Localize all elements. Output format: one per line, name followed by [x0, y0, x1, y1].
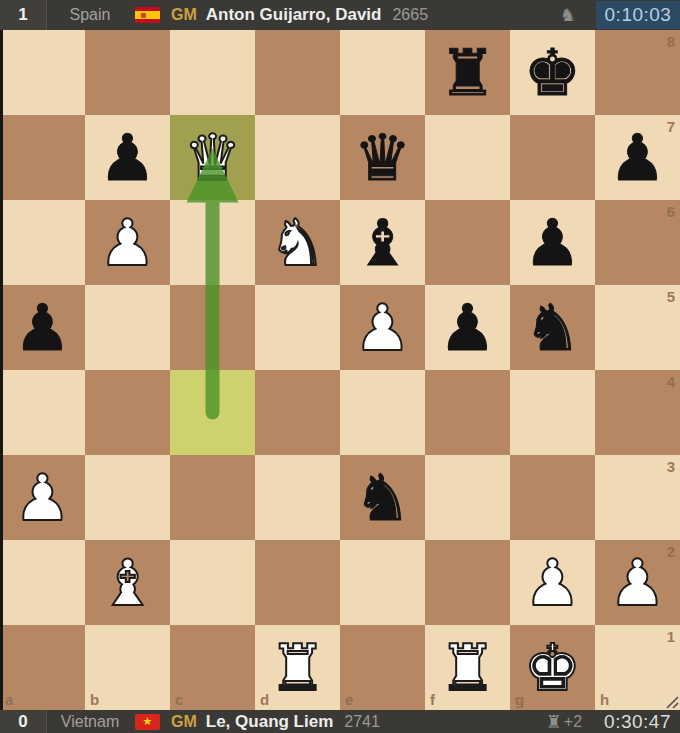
file-label-g: g: [515, 691, 524, 708]
material-value: +2: [564, 713, 582, 731]
rank-label-2: 2: [667, 543, 675, 560]
piece-black-pawn[interactable]: ♟: [524, 211, 581, 275]
square-a5[interactable]: ♟: [0, 285, 85, 370]
piece-white-pawn[interactable]: ♟: [524, 551, 581, 615]
square-a4[interactable]: [0, 370, 85, 455]
square-e7[interactable]: ♛: [340, 115, 425, 200]
piece-black-knight[interactable]: ♞: [354, 466, 411, 530]
square-c7[interactable]: ♛: [170, 115, 255, 200]
square-e5[interactable]: ♟: [340, 285, 425, 370]
top-country: Spain: [53, 0, 127, 30]
square-g7[interactable]: [510, 115, 595, 200]
square-h7[interactable]: ♟7: [595, 115, 680, 200]
square-e2[interactable]: [340, 540, 425, 625]
square-e1[interactable]: e: [340, 625, 425, 710]
square-a2[interactable]: [0, 540, 85, 625]
square-a1[interactable]: a: [0, 625, 85, 710]
square-e6[interactable]: ♝: [340, 200, 425, 285]
bottom-rating: 2741: [344, 713, 380, 731]
piece-white-queen[interactable]: ♛: [184, 126, 241, 190]
board-grid: ♜♚8♟♛♛♟7♟♞♝♟6♟♟♟♞54♟♞3♝♟♟2abc♜de♜f♚g1h: [0, 30, 680, 710]
piece-black-knight[interactable]: ♞: [524, 296, 581, 360]
piece-black-pawn[interactable]: ♟: [99, 126, 156, 190]
rook-icon: ♜: [546, 713, 562, 731]
piece-black-bishop[interactable]: ♝: [354, 211, 411, 275]
square-h3[interactable]: 3: [595, 455, 680, 540]
piece-white-pawn[interactable]: ♟: [609, 551, 666, 615]
square-h5[interactable]: 5: [595, 285, 680, 370]
piece-white-pawn[interactable]: ♟: [14, 466, 71, 530]
piece-black-pawn[interactable]: ♟: [439, 296, 496, 360]
top-title: GM: [171, 6, 197, 24]
square-a3[interactable]: ♟: [0, 455, 85, 540]
bottom-player-name: Le, Quang Liem: [206, 712, 334, 732]
square-c8[interactable]: [170, 30, 255, 115]
square-c2[interactable]: [170, 540, 255, 625]
piece-white-pawn[interactable]: ♟: [99, 211, 156, 275]
top-material: ♞: [560, 6, 576, 24]
piece-white-knight[interactable]: ♞: [269, 211, 326, 275]
square-g3[interactable]: [510, 455, 595, 540]
square-f2[interactable]: [425, 540, 510, 625]
piece-black-queen[interactable]: ♛: [354, 126, 411, 190]
square-f6[interactable]: [425, 200, 510, 285]
rank-label-7: 7: [667, 118, 675, 135]
piece-white-bishop[interactable]: ♝: [99, 551, 156, 615]
bottom-player-bar: 0 Vietnam ★ GM Le, Quang Liem 2741 ♜ +2 …: [0, 710, 680, 733]
square-g1[interactable]: ♚g: [510, 625, 595, 710]
square-c4[interactable]: [170, 370, 255, 455]
file-label-f: f: [430, 691, 435, 708]
square-c3[interactable]: [170, 455, 255, 540]
square-d7[interactable]: [255, 115, 340, 200]
rank-label-1: 1: [667, 628, 675, 645]
square-c5[interactable]: [170, 285, 255, 370]
square-a8[interactable]: [0, 30, 85, 115]
board-left-edge: [0, 30, 3, 710]
square-a7[interactable]: [0, 115, 85, 200]
square-b1[interactable]: b: [85, 625, 170, 710]
square-d1[interactable]: ♜d: [255, 625, 340, 710]
bottom-clock: 0:30:47: [582, 711, 680, 733]
square-b5[interactable]: [85, 285, 170, 370]
square-b6[interactable]: ♟: [85, 200, 170, 285]
vietnam-flag-icon: ★: [135, 714, 160, 730]
square-d8[interactable]: [255, 30, 340, 115]
square-b2[interactable]: ♝: [85, 540, 170, 625]
square-f1[interactable]: ♜f: [425, 625, 510, 710]
top-player-bar: 1 Spain GM Anton Guijarro, David 2665 ♞ …: [0, 0, 680, 30]
square-g6[interactable]: ♟: [510, 200, 595, 285]
square-f5[interactable]: ♟: [425, 285, 510, 370]
square-h2[interactable]: ♟2: [595, 540, 680, 625]
square-d2[interactable]: [255, 540, 340, 625]
file-label-e: e: [345, 691, 353, 708]
square-h4[interactable]: 4: [595, 370, 680, 455]
square-b3[interactable]: [85, 455, 170, 540]
rank-label-4: 4: [667, 373, 675, 390]
knight-icon: ♞: [560, 6, 576, 24]
bottom-country: Vietnam: [53, 710, 127, 733]
piece-black-king[interactable]: ♚: [524, 41, 581, 105]
chessboard[interactable]: ♜♚8♟♛♛♟7♟♞♝♟6♟♟♟♞54♟♞3♝♟♟2abc♜de♜f♚g1h: [0, 30, 680, 710]
piece-black-rook[interactable]: ♜: [439, 41, 496, 105]
rank-label-3: 3: [667, 458, 675, 475]
rank-label-6: 6: [667, 203, 675, 220]
square-h6[interactable]: 6: [595, 200, 680, 285]
piece-white-rook[interactable]: ♜: [269, 636, 326, 700]
square-f7[interactable]: [425, 115, 510, 200]
file-label-a: a: [5, 691, 13, 708]
piece-black-pawn[interactable]: ♟: [14, 296, 71, 360]
square-h8[interactable]: 8: [595, 30, 680, 115]
piece-white-rook[interactable]: ♜: [439, 636, 496, 700]
piece-black-pawn[interactable]: ♟: [609, 126, 666, 190]
square-f3[interactable]: [425, 455, 510, 540]
top-score: 1: [0, 0, 47, 30]
piece-white-king[interactable]: ♚: [524, 636, 581, 700]
top-player-name: Anton Guijarro, David: [206, 5, 382, 25]
spain-flag-icon: [135, 7, 160, 23]
square-d5[interactable]: [255, 285, 340, 370]
square-d3[interactable]: [255, 455, 340, 540]
rank-label-5: 5: [667, 288, 675, 305]
square-b8[interactable]: [85, 30, 170, 115]
file-label-h: h: [600, 691, 609, 708]
square-d4[interactable]: [255, 370, 340, 455]
square-b7[interactable]: ♟: [85, 115, 170, 200]
bottom-material: ♜ +2: [546, 713, 582, 731]
square-g8[interactable]: ♚: [510, 30, 595, 115]
square-c1[interactable]: c: [170, 625, 255, 710]
square-g2[interactable]: ♟: [510, 540, 595, 625]
resize-handle-icon[interactable]: [665, 695, 679, 709]
top-rating: 2665: [392, 6, 428, 24]
rank-label-8: 8: [667, 33, 675, 50]
top-clock: 0:10:03: [596, 1, 680, 29]
file-label-d: d: [260, 691, 269, 708]
square-b4[interactable]: [85, 370, 170, 455]
square-a6[interactable]: [0, 200, 85, 285]
square-g4[interactable]: [510, 370, 595, 455]
square-e4[interactable]: [340, 370, 425, 455]
vietnam-star: ★: [143, 716, 153, 727]
piece-white-pawn[interactable]: ♟: [354, 296, 411, 360]
square-f8[interactable]: ♜: [425, 30, 510, 115]
square-f4[interactable]: [425, 370, 510, 455]
bottom-score: 0: [0, 710, 47, 733]
file-label-c: c: [175, 691, 183, 708]
square-g5[interactable]: ♞: [510, 285, 595, 370]
file-label-b: b: [90, 691, 99, 708]
square-e3[interactable]: ♞: [340, 455, 425, 540]
bottom-title: GM: [171, 713, 197, 731]
square-e8[interactable]: [340, 30, 425, 115]
square-c6[interactable]: [170, 200, 255, 285]
square-d6[interactable]: ♞: [255, 200, 340, 285]
